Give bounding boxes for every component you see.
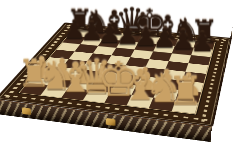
brass-latch-icon bbox=[21, 107, 30, 115]
brass-latch-icon bbox=[106, 118, 116, 126]
square-h6[interactable] bbox=[188, 55, 210, 65]
product-photo-background: ♜♞♝♛♚♝♞♜♟♟♟♟♟♟♟♟♟♟♟♟♟♟♟♟♜♞♝♛♚♝♞♜ bbox=[0, 0, 240, 150]
chess-board: ♜♞♝♛♚♝♞♜♟♟♟♟♟♟♟♟♟♟♟♟♟♟♟♟♜♞♝♛♚♝♞♜ bbox=[0, 22, 232, 126]
scene: ♜♞♝♛♚♝♞♜♟♟♟♟♟♟♟♟♟♟♟♟♟♟♟♟♜♞♝♛♚♝♞♜ bbox=[0, 0, 240, 150]
board-grid: ♜♞♝♛♚♝♞♜♟♟♟♟♟♟♟♟♟♟♟♟♟♟♟♟♜♞♝♛♚♝♞♜ bbox=[20, 29, 215, 114]
square-h1[interactable]: ♜ bbox=[172, 100, 198, 114]
piece-black-pawn[interactable]: ♟ bbox=[180, 28, 224, 55]
piece-white-rook[interactable]: ♜ bbox=[158, 72, 211, 111]
